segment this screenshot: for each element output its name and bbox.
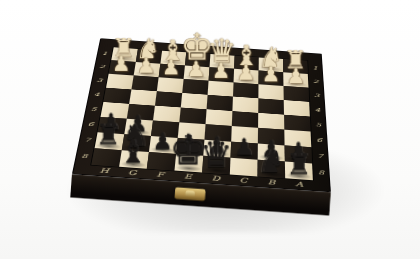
board-frame: ♜♞♝♚♛♝♞♜♟♟♟♟♟♟♟♟♟♟♜♞♟♟♟♟♟♟♝♚♛♞♜ HGFEDCBA… (72, 38, 331, 192)
rank-label: 4 (88, 87, 105, 102)
black-bishop-g8[interactable]: ♝ (108, 136, 159, 167)
square-g8[interactable]: ♝ (119, 150, 149, 168)
rank-label: 3 (309, 88, 323, 103)
folding-chess-box: ♜♞♝♚♛♝♞♜♟♟♟♟♟♟♟♟♟♟♜♞♟♟♟♟♟♟♝♚♛♞♜ HGFEDCBA… (72, 38, 331, 192)
rank-label: 8 (75, 147, 93, 165)
square-a5[interactable] (284, 115, 311, 132)
board-scene: ♜♞♝♚♛♝♞♜♟♟♟♟♟♟♟♟♟♟♜♞♟♟♟♟♟♟♝♚♛♞♜ HGFEDCBA… (100, 46, 322, 206)
square-b5[interactable] (258, 113, 284, 130)
black-queen-d8[interactable]: ♛ (191, 136, 242, 173)
rank-label: 5 (311, 117, 326, 133)
white-pawn-a2[interactable]: ♟ (273, 65, 319, 86)
chess-set-photo: ♜♞♝♚♛♝♞♜♟♟♟♟♟♟♟♟♟♟♜♞♟♟♟♟♟♟♝♚♛♞♜ HGFEDCBA… (0, 0, 420, 259)
black-rook-a8[interactable]: ♜ (274, 150, 325, 179)
rank-label: 3 (91, 73, 107, 88)
square-a8[interactable]: ♜ (285, 162, 313, 181)
rank-label: 4 (310, 102, 325, 118)
brass-clasp-icon (174, 187, 205, 201)
board-grid: ♜♞♝♚♛♝♞♜♟♟♟♟♟♟♟♟♟♟♜♞♟♟♟♟♟♟♝♚♛♞♜ (91, 47, 312, 180)
square-a2[interactable]: ♟ (283, 72, 308, 87)
square-d8[interactable]: ♛ (202, 156, 230, 175)
